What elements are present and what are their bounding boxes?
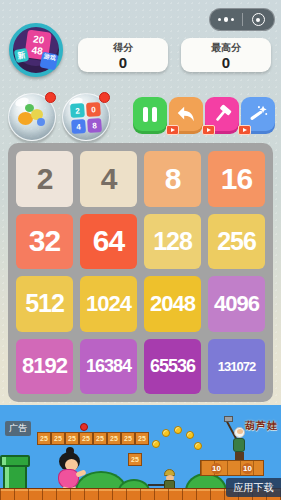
tile-4096[interactable]: 4096 <box>208 276 265 332</box>
tile-32[interactable]: 32 <box>16 214 73 270</box>
pause-icon <box>143 107 157 122</box>
more-icon <box>224 17 229 22</box>
wand-button[interactable] <box>241 97 275 131</box>
undo-icon <box>175 103 197 125</box>
ad-block: 25 <box>107 432 121 445</box>
more-icon <box>231 18 234 21</box>
ad-video-badge <box>202 125 215 135</box>
ad-block: 25 <box>79 432 93 445</box>
ad-video-badge <box>166 125 179 135</box>
coin-icon <box>186 431 194 439</box>
platform-blocks: 1010 <box>200 460 264 476</box>
score-label: 得分 <box>78 41 168 55</box>
tile-4[interactable]: 4 <box>80 151 137 207</box>
magic-wand-icon <box>247 103 269 125</box>
tile-2048[interactable]: 2048 <box>144 276 201 332</box>
close-icon <box>252 13 265 26</box>
tile-128[interactable]: 128 <box>144 214 201 270</box>
notification-dot <box>45 92 56 103</box>
tile-1024[interactable]: 1024 <box>80 276 137 332</box>
best-score-panel: 最高分 0 <box>181 38 271 72</box>
score-panel: 得分 0 <box>78 38 168 72</box>
tile-8192[interactable]: 8192 <box>16 339 73 395</box>
game-logo: 20 48 新 游戏 <box>9 23 63 77</box>
tile-16384[interactable]: 16384 <box>80 339 137 395</box>
notification-dot <box>99 92 110 103</box>
hammer-icon <box>211 103 233 125</box>
play-icon <box>207 128 211 132</box>
tile-65536[interactable]: 65536 <box>144 339 201 395</box>
mini-tile-8: 8 <box>87 118 102 133</box>
platform-label: 10 <box>242 463 253 474</box>
coin-icon <box>152 440 160 448</box>
mini-2048-tiles: 2 0 4 8 <box>70 102 102 134</box>
tile-16[interactable]: 16 <box>208 151 265 207</box>
ad-banner[interactable]: 2525252525252525 25 1010 广告 葫芦娃 应用下载 <box>0 405 281 500</box>
more-button[interactable] <box>210 9 242 30</box>
ad-game-title: 葫芦娃 <box>245 419 278 433</box>
coin-icon <box>194 442 202 450</box>
best-score-label: 最高分 <box>181 41 271 55</box>
app-screen: 20 48 新 游戏 得分 0 最高分 0 2 0 4 8 <box>0 0 281 500</box>
tile-131072[interactable]: 131072 <box>208 339 265 395</box>
play-icon <box>243 128 247 132</box>
mini-tile-0: 0 <box>86 102 101 117</box>
play-icon <box>171 128 175 132</box>
platform-label: 10 <box>211 463 222 474</box>
mini-tile-2: 2 <box>70 103 85 118</box>
mini-tile-4: 4 <box>71 119 86 134</box>
hammer-button[interactable] <box>205 97 239 131</box>
logo-new-badge: 新 <box>14 48 29 63</box>
2048-ball-prop[interactable]: 2 0 4 8 <box>62 93 110 141</box>
powerup-berry <box>80 423 88 431</box>
fruit-ball-prop[interactable] <box>8 93 56 141</box>
score-value: 0 <box>78 55 168 70</box>
coin-icon <box>162 429 170 437</box>
ad-block-row: 2525252525252525 <box>37 432 149 445</box>
logo-game-badge: 游戏 <box>40 52 59 71</box>
ad-block: 25 <box>37 432 51 445</box>
ad-block: 25 <box>121 432 135 445</box>
ad-block: 25 <box>65 432 79 445</box>
ad-video-badge <box>238 125 251 135</box>
app-download-button[interactable]: 应用下载 <box>226 478 281 497</box>
tile-256[interactable]: 256 <box>208 214 265 270</box>
ad-mid-block: 25 <box>128 453 142 466</box>
fruit-blue <box>37 118 45 126</box>
board-grid[interactable]: 2481632641282565121024204840968192163846… <box>8 143 273 402</box>
ad-label: 广告 <box>5 421 31 436</box>
tile-8[interactable]: 8 <box>144 151 201 207</box>
tile-64[interactable]: 64 <box>80 214 137 270</box>
tile-2[interactable]: 2 <box>16 151 73 207</box>
best-score-value: 0 <box>181 55 271 70</box>
wechat-capsule <box>209 8 275 31</box>
coin-icon <box>174 426 182 434</box>
more-icon <box>218 18 221 21</box>
ad-block: 25 <box>51 432 65 445</box>
fruit-green <box>25 104 34 112</box>
ad-block: 25 <box>93 432 107 445</box>
tile-512[interactable]: 512 <box>16 276 73 332</box>
pause-button[interactable] <box>133 97 167 131</box>
close-button[interactable] <box>243 9 275 30</box>
undo-button[interactable] <box>169 97 203 131</box>
ad-block: 25 <box>135 432 149 445</box>
